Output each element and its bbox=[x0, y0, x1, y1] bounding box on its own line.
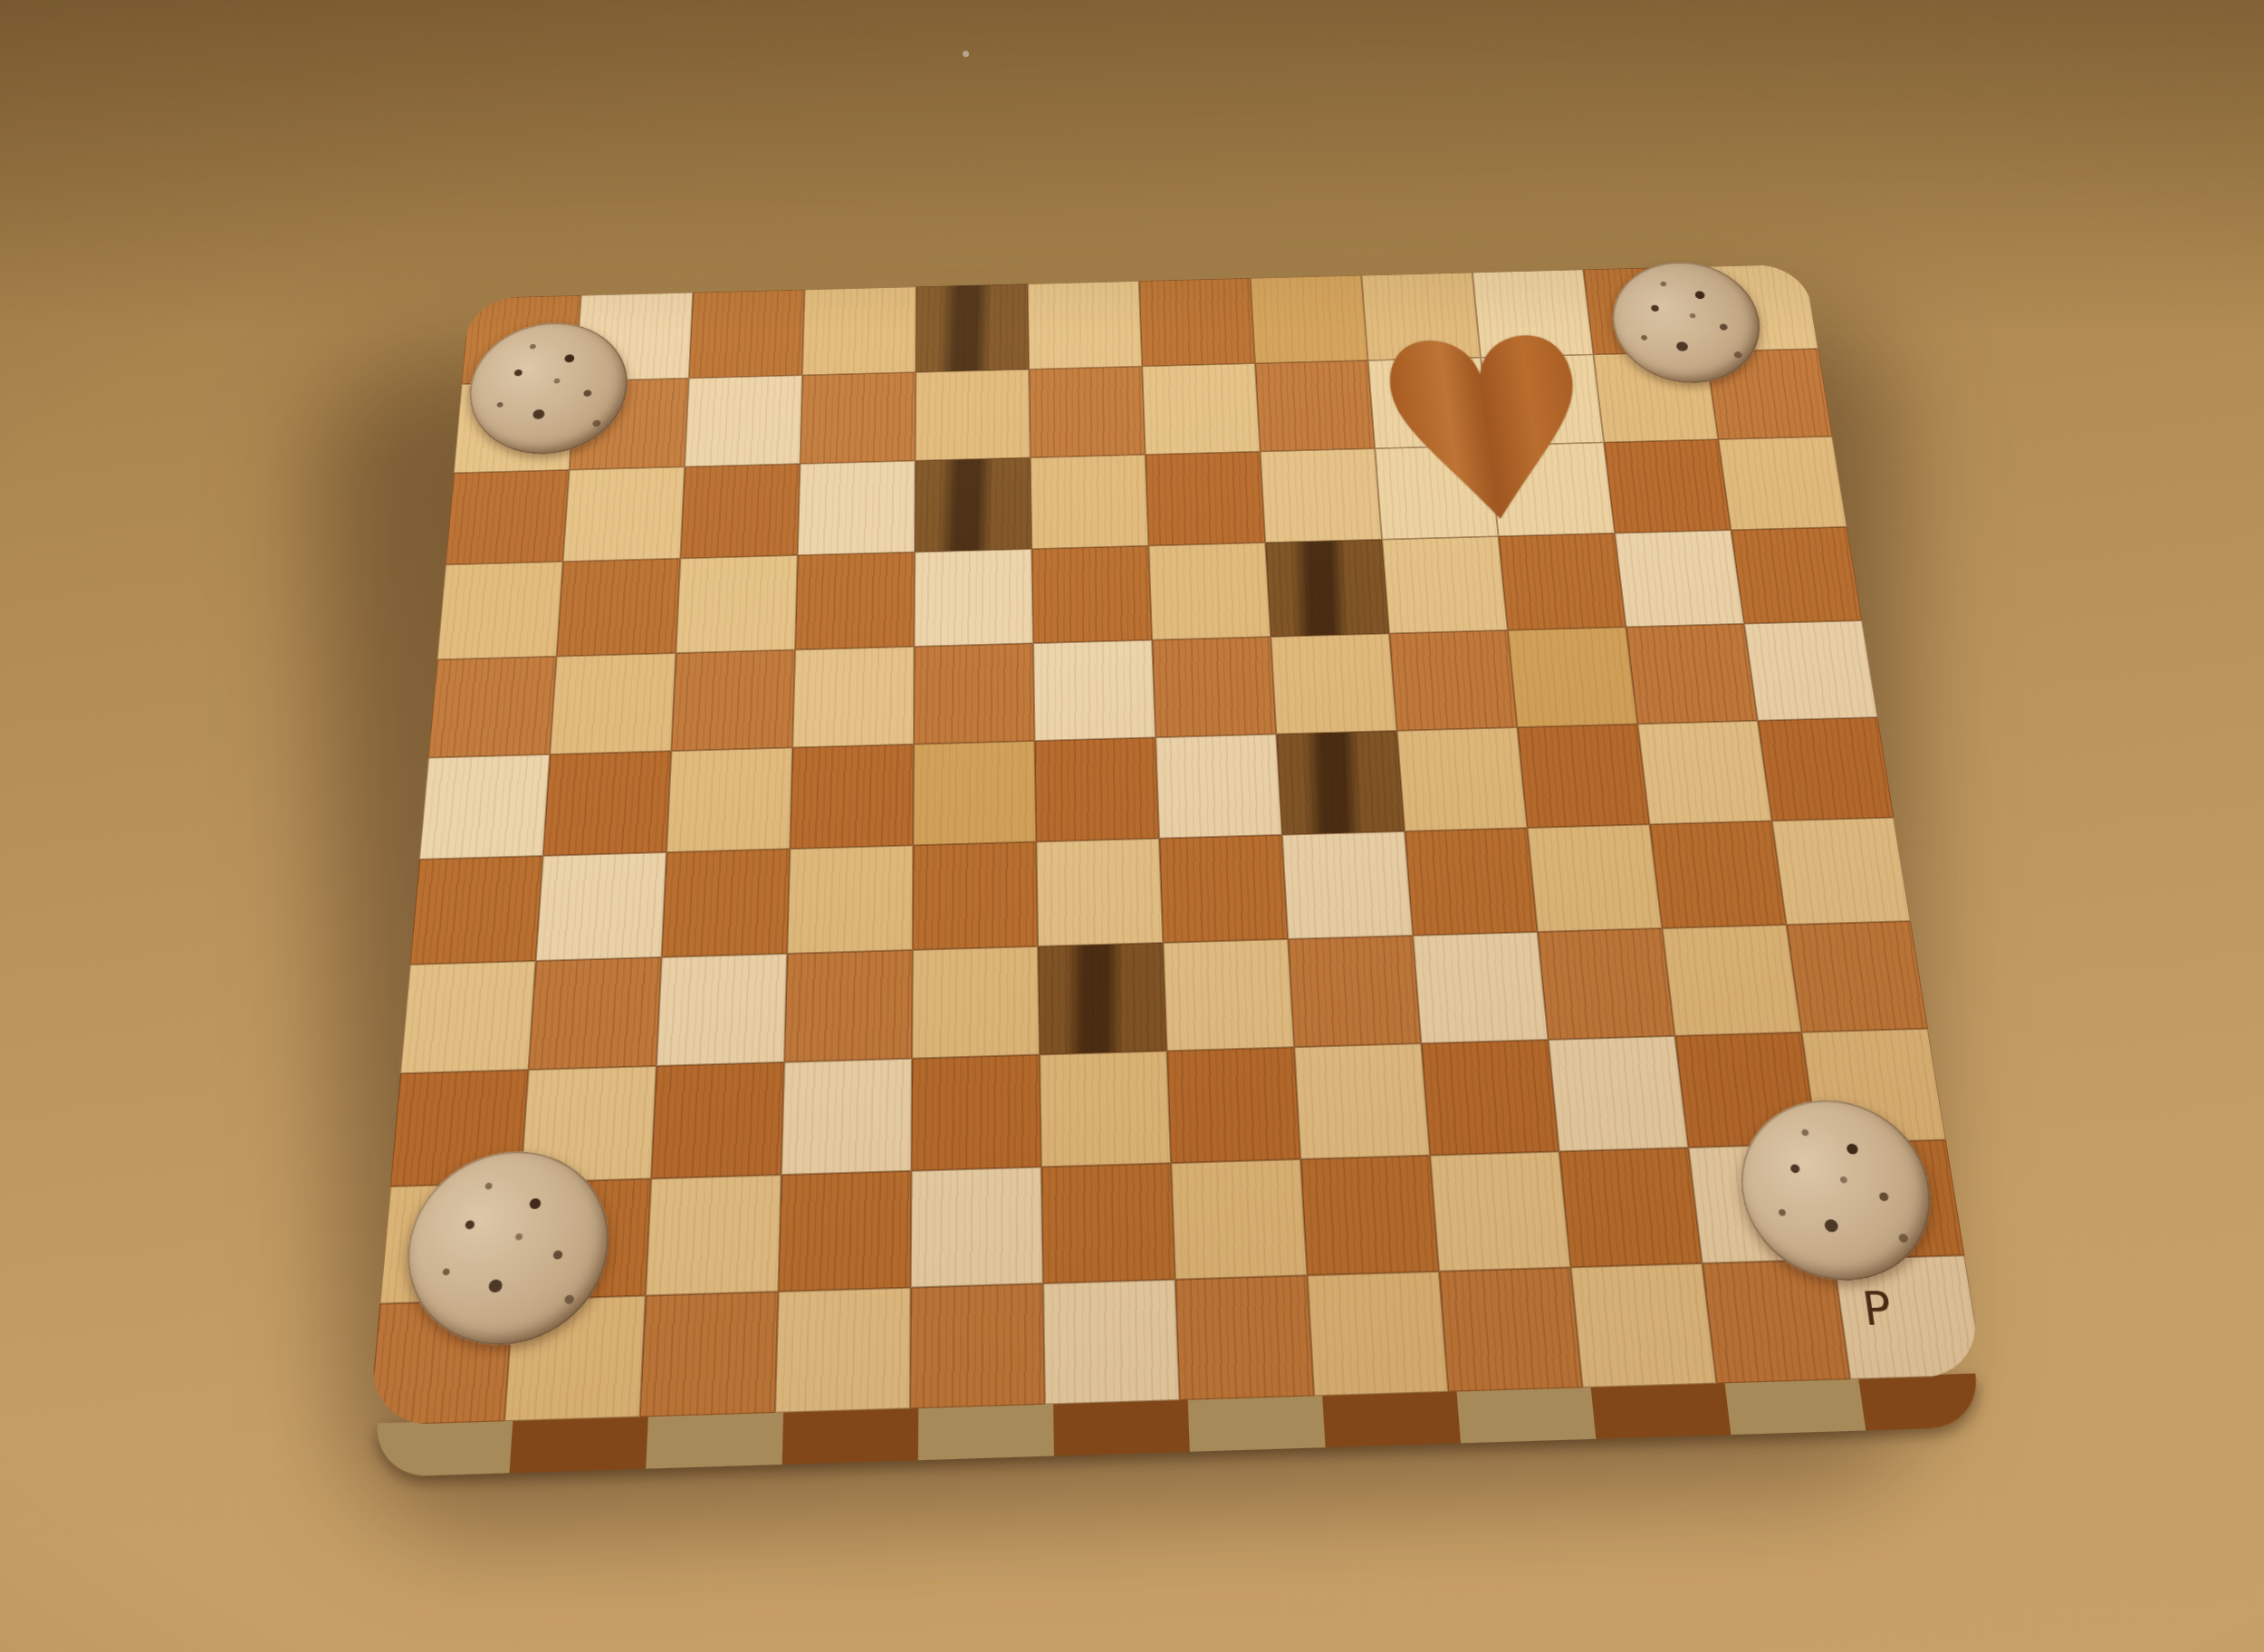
board-cell bbox=[798, 461, 916, 555]
board-cell bbox=[1382, 536, 1508, 633]
board-cell bbox=[667, 747, 792, 852]
board-cell bbox=[1040, 1051, 1171, 1167]
board-cell bbox=[915, 549, 1033, 647]
board-cell bbox=[1271, 633, 1396, 734]
board-cell bbox=[1038, 943, 1167, 1055]
board-cell bbox=[1146, 452, 1266, 546]
board-cell bbox=[1276, 731, 1405, 835]
board-cell bbox=[911, 1055, 1041, 1171]
board-cell bbox=[792, 647, 914, 748]
board-cell bbox=[1439, 1267, 1583, 1391]
board-cell bbox=[1265, 540, 1389, 637]
board-cell bbox=[1389, 630, 1517, 731]
board-cell bbox=[428, 657, 557, 758]
board-cell bbox=[680, 464, 800, 559]
board-cell bbox=[1031, 546, 1152, 644]
board-cell bbox=[446, 470, 570, 565]
board-cell bbox=[784, 950, 913, 1062]
board-cell bbox=[1282, 831, 1413, 939]
board-cell bbox=[1570, 1263, 1716, 1388]
board-cell bbox=[1255, 360, 1375, 452]
board-cell bbox=[1139, 278, 1255, 367]
board-cell bbox=[912, 946, 1040, 1059]
board-cell bbox=[671, 649, 795, 751]
board-cell bbox=[651, 1062, 784, 1179]
board-cell bbox=[646, 1175, 782, 1295]
board-cell bbox=[775, 1288, 911, 1413]
board-cell bbox=[528, 957, 661, 1070]
board-cell bbox=[1035, 737, 1159, 841]
board-cell bbox=[662, 849, 791, 957]
board-cell bbox=[1171, 1159, 1307, 1280]
board-cell bbox=[1251, 275, 1368, 363]
board-cell bbox=[914, 643, 1035, 744]
board-cell bbox=[410, 856, 543, 965]
board-cell bbox=[419, 754, 550, 860]
board-cell bbox=[1421, 1040, 1559, 1156]
board-cell bbox=[1033, 640, 1156, 741]
board-cell bbox=[916, 283, 1029, 372]
board-cell bbox=[1744, 620, 1878, 721]
board-cell bbox=[1650, 821, 1787, 928]
board-cell bbox=[790, 744, 914, 849]
board-cell bbox=[1405, 828, 1538, 936]
board-cell bbox=[1559, 1148, 1703, 1267]
board-cell bbox=[916, 370, 1031, 461]
board-cell bbox=[1626, 624, 1758, 725]
board-cell bbox=[795, 552, 915, 650]
board-cell bbox=[1175, 1275, 1314, 1400]
board-cell bbox=[1152, 637, 1276, 737]
board-cell bbox=[536, 852, 667, 961]
board-cell bbox=[1499, 533, 1626, 630]
board-cell bbox=[1148, 543, 1271, 640]
board-cell bbox=[563, 466, 685, 562]
board-cell bbox=[1043, 1280, 1180, 1405]
board-cell bbox=[1662, 925, 1801, 1036]
checkerboard-cutting-board: P bbox=[363, 264, 1993, 1488]
board-cell bbox=[1260, 448, 1381, 543]
board-cell bbox=[1396, 727, 1527, 831]
board-cell bbox=[1538, 928, 1675, 1040]
board-cell bbox=[782, 1059, 912, 1175]
board-grid bbox=[369, 264, 1983, 1426]
board-cell bbox=[1307, 1272, 1448, 1397]
board-cell bbox=[1288, 936, 1421, 1047]
board-cell bbox=[778, 1171, 911, 1292]
board-cell bbox=[1527, 824, 1662, 932]
board-cell bbox=[1159, 835, 1288, 943]
board-cell bbox=[400, 961, 536, 1073]
board-cell bbox=[1294, 1043, 1430, 1159]
heart-inlay-icon bbox=[1357, 325, 1623, 532]
board-cell bbox=[915, 457, 1031, 552]
board-cell bbox=[657, 954, 787, 1066]
board-cell bbox=[1300, 1156, 1439, 1276]
board-cell bbox=[910, 1283, 1045, 1408]
board-cell bbox=[1031, 455, 1149, 549]
board-cell bbox=[1718, 437, 1847, 530]
board-cell bbox=[913, 841, 1038, 949]
board-cell bbox=[550, 653, 676, 754]
board-cell bbox=[1508, 627, 1637, 727]
board-cell bbox=[1517, 724, 1649, 828]
board-cell bbox=[1604, 439, 1731, 533]
board-cell bbox=[1758, 717, 1894, 821]
board-cell bbox=[685, 375, 802, 466]
board-cell bbox=[1142, 363, 1260, 455]
kraft-paper-background: P bbox=[0, 0, 2264, 1652]
board-cell bbox=[1787, 921, 1928, 1032]
board-cell bbox=[802, 286, 916, 375]
board-cell bbox=[1167, 1047, 1301, 1163]
paper-speck bbox=[963, 51, 969, 57]
board-cell bbox=[676, 555, 797, 653]
board-cell bbox=[640, 1292, 779, 1417]
board-cell bbox=[557, 559, 681, 657]
board-cell bbox=[1549, 1036, 1689, 1152]
board-cell bbox=[800, 372, 916, 464]
board-cell bbox=[1430, 1151, 1570, 1271]
board-cell bbox=[1615, 530, 1744, 627]
board-cell bbox=[1772, 818, 1911, 925]
board-cell bbox=[911, 1167, 1043, 1288]
board-cell bbox=[1156, 735, 1282, 839]
board-cell bbox=[1036, 839, 1163, 946]
board-cell bbox=[1028, 281, 1142, 370]
board-cell bbox=[1041, 1163, 1175, 1283]
board-cell bbox=[1029, 366, 1145, 457]
board-cell bbox=[913, 741, 1036, 845]
board-cell bbox=[1163, 939, 1294, 1051]
board-cell bbox=[689, 290, 805, 379]
board-cell bbox=[1637, 721, 1771, 825]
board-cell bbox=[437, 562, 563, 659]
board-cell bbox=[1731, 527, 1862, 624]
board-cell bbox=[543, 751, 672, 856]
board-cell bbox=[1413, 932, 1548, 1043]
board-cell bbox=[787, 845, 913, 954]
